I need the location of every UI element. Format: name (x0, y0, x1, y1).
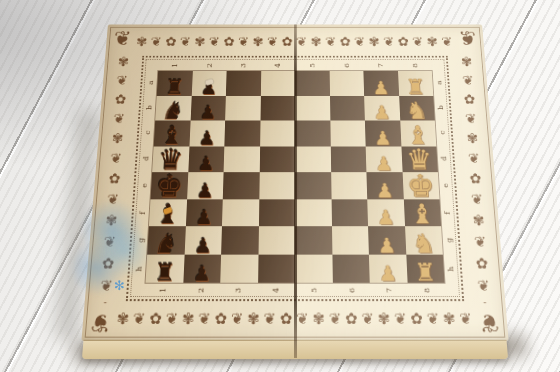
square-g5 (295, 226, 332, 254)
rank-label-top-3: 3 (239, 63, 247, 67)
file-label-left-d: d (142, 157, 151, 162)
file-label-right-h: h (446, 267, 455, 272)
square-f3 (222, 199, 259, 226)
square-a1: ♜ (157, 71, 193, 95)
square-f8: ♝ (403, 199, 441, 226)
rank-label-top-6: 6 (342, 63, 350, 67)
square-g2: ♟ (184, 226, 222, 254)
chess-board: ✾❦✿❦✾❦✿❦✾❦✿❦✾❦✿❦✾❦✿❦✾❦✿❦✾❦✿❦✾❦✿❦✾❦✿❦✾❦✿❦… (80, 24, 510, 358)
square-e8: ♚ (402, 172, 439, 199)
file-label-right-g: g (445, 238, 454, 243)
piece-light-pawn: ♟ (373, 104, 391, 123)
file-label-left-b: b (145, 105, 153, 109)
rank-label-bottom-7: 7 (385, 287, 394, 292)
square-e2: ♟ (187, 172, 224, 199)
piece-dark-queen: ♛ (157, 146, 184, 174)
square-h6 (332, 254, 370, 283)
square-b8: ♞ (399, 95, 435, 120)
file-label-left-e: e (140, 183, 149, 187)
piece-light-bishop: ♝ (410, 201, 435, 228)
rank-label-bottom-6: 6 (347, 287, 356, 292)
square-d3 (224, 146, 260, 172)
piece-light-rook: ♜ (405, 77, 425, 98)
ornament-corner-icon: ❦ (90, 310, 112, 335)
square-g7: ♟ (368, 226, 406, 254)
square-c1: ♝ (154, 120, 190, 146)
square-a6 (329, 71, 364, 95)
price-sticker (205, 78, 214, 85)
piece-dark-pawn: ♟ (195, 208, 214, 228)
square-b5 (295, 95, 330, 120)
square-e6 (331, 172, 368, 199)
piece-light-pawn: ♟ (378, 235, 397, 256)
square-h1: ♜ (146, 254, 185, 283)
square-f2: ♟ (185, 199, 222, 226)
file-label-left-f: f (138, 211, 147, 214)
square-h7: ♟ (369, 254, 407, 283)
square-a3 (226, 71, 261, 95)
square-f7: ♟ (367, 199, 404, 226)
square-f4 (258, 199, 295, 226)
square-d1: ♛ (152, 146, 189, 172)
piece-dark-pawn: ♟ (197, 155, 215, 174)
piece-dark-pawn: ♟ (194, 235, 213, 256)
piece-dark-knight: ♞ (154, 230, 179, 257)
square-g3 (221, 226, 258, 254)
square-c3 (224, 120, 260, 146)
square-e5 (295, 172, 331, 199)
piece-light-rook: ♜ (414, 261, 436, 285)
square-a4 (260, 71, 295, 95)
ornament-corner-icon: ❦ (478, 310, 500, 335)
square-c4 (260, 120, 295, 146)
square-g1: ♞ (147, 226, 185, 254)
piece-dark-bishop: ♝ (155, 201, 180, 228)
square-f5 (295, 199, 332, 226)
square-a2: ♟ (191, 71, 226, 95)
photo-background: ✾❦✿❦✾❦✿❦✾❦✿❦✾❦✿❦✾❦✿❦✾❦✿❦✾❦✿❦✾❦✿❦✾❦✿❦✾❦✿❦… (0, 0, 560, 372)
rank-label-top-4: 4 (274, 63, 282, 67)
square-e3 (223, 172, 260, 199)
square-d8: ♛ (401, 146, 438, 172)
square-b7: ♟ (364, 95, 400, 120)
file-label-right-c: c (438, 131, 446, 135)
square-b3 (225, 95, 260, 120)
price-sticker (163, 207, 173, 215)
rank-label-top-2: 2 (205, 63, 213, 67)
square-a5 (295, 71, 330, 95)
square-d7: ♟ (366, 146, 402, 172)
piece-dark-pawn: ♟ (199, 104, 217, 123)
square-a8: ♜ (398, 71, 434, 95)
square-d6 (330, 146, 366, 172)
square-g4 (258, 226, 295, 254)
file-label-right-e: e (441, 183, 450, 187)
square-d5 (295, 146, 331, 172)
square-f6 (331, 199, 368, 226)
piece-light-bishop: ♝ (406, 123, 430, 148)
square-e1: ♚ (151, 172, 188, 199)
piece-dark-rook: ♜ (154, 261, 176, 285)
square-d2: ♟ (188, 146, 224, 172)
rank-label-top-7: 7 (377, 63, 385, 67)
piece-light-knight: ♞ (405, 99, 428, 123)
file-label-right-b: b (437, 105, 445, 109)
square-c8: ♝ (400, 120, 436, 146)
ornament-corner-icon: ❦ (458, 28, 477, 48)
piece-light-pawn: ♟ (375, 155, 393, 174)
piece-dark-bishop: ♝ (160, 123, 184, 148)
piece-dark-rook: ♜ (164, 77, 184, 98)
square-b6 (330, 95, 365, 120)
piece-dark-pawn: ♟ (192, 264, 211, 285)
square-a7: ♟ (363, 71, 398, 95)
square-g6 (332, 226, 369, 254)
piece-light-knight: ♞ (412, 230, 437, 257)
rank-label-bottom-5: 5 (309, 287, 318, 292)
square-h8: ♜ (406, 254, 445, 283)
file-label-right-f: f (443, 211, 452, 214)
square-c6 (330, 120, 366, 146)
piece-light-king: ♚ (406, 170, 435, 201)
piece-light-pawn: ♟ (379, 264, 398, 285)
square-h5 (295, 254, 332, 283)
square-c7: ♟ (365, 120, 401, 146)
square-g8: ♞ (405, 226, 443, 254)
square-c5 (295, 120, 330, 146)
file-label-left-h: h (135, 267, 144, 272)
square-b1: ♞ (155, 95, 191, 120)
rank-label-bottom-8: 8 (423, 287, 432, 292)
file-label-left-c: c (143, 131, 151, 135)
rank-label-top-1: 1 (171, 63, 179, 67)
square-b4 (260, 95, 295, 120)
piece-light-pawn: ♟ (374, 129, 392, 148)
rank-label-top-5: 5 (308, 63, 316, 67)
square-b2: ♟ (190, 95, 226, 120)
piece-dark-king: ♚ (155, 170, 184, 201)
file-label-left-a: a (147, 80, 155, 84)
rank-label-bottom-2: 2 (196, 287, 205, 292)
square-f1: ♝ (149, 199, 187, 226)
square-c2: ♟ (189, 120, 225, 146)
file-label-right-d: d (440, 157, 449, 162)
square-h2: ♟ (183, 254, 221, 283)
file-label-right-a: a (435, 80, 443, 84)
piece-light-queen: ♛ (406, 146, 433, 174)
square-e4 (259, 172, 295, 199)
square-e7: ♟ (366, 172, 403, 199)
piece-light-pawn: ♟ (377, 208, 396, 228)
square-h3 (220, 254, 258, 283)
square-h4 (258, 254, 295, 283)
file-label-left-g: g (136, 238, 145, 243)
piece-dark-pawn: ♟ (196, 181, 214, 201)
rank-label-bottom-1: 1 (158, 287, 167, 292)
rank-label-top-8: 8 (411, 63, 419, 67)
rank-label-bottom-4: 4 (272, 287, 281, 292)
ornament-corner-icon: ❦ (113, 28, 132, 48)
rank-label-bottom-3: 3 (234, 287, 243, 292)
piece-light-pawn: ♟ (376, 181, 394, 201)
square-d4 (259, 146, 295, 172)
hinge-seam (294, 24, 297, 358)
piece-dark-pawn: ♟ (198, 129, 216, 148)
piece-dark-knight: ♞ (162, 99, 185, 123)
